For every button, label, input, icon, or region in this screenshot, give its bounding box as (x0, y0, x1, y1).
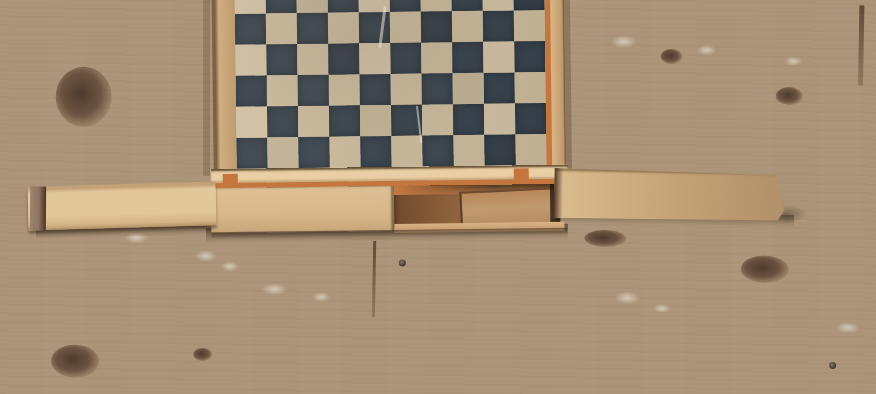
square-r0c0-light (234, 0, 265, 14)
square-r2c5-dark (390, 43, 421, 74)
square-r3c1-light (267, 75, 298, 106)
square-r5c7-light (453, 135, 484, 166)
square-r5c4-dark (360, 136, 391, 167)
square-r1c3-light (328, 12, 359, 43)
paint-scuff (312, 292, 330, 302)
square-r4c7-dark (453, 104, 484, 135)
square-r2c4-light (359, 43, 390, 74)
square-r5c1-light (267, 137, 298, 168)
square-r0c5-dark (389, 0, 420, 12)
paint-scuff (221, 261, 239, 271)
square-r0c2-light (296, 0, 327, 13)
paint-scuff (836, 322, 860, 333)
slat-right-cut-edge (554, 168, 564, 218)
orange-corner-right (514, 168, 529, 180)
square-r5c6-dark (422, 135, 453, 166)
knot (193, 348, 212, 361)
square-r3c4-dark (360, 74, 391, 105)
square-r3c6-dark (422, 73, 453, 104)
paint-scuff (614, 291, 640, 304)
square-r1c0-dark (235, 13, 266, 44)
checkerboard-grid (234, 0, 546, 169)
square-r2c3-dark (328, 43, 359, 74)
wooden-slat-left (27, 181, 216, 230)
square-r2c0-light (235, 44, 266, 75)
square-r4c0-light (236, 106, 267, 137)
square-r3c3-light (329, 74, 360, 105)
paint-scuff (784, 56, 802, 66)
square-r0c3-dark (327, 0, 358, 13)
square-r5c5-light (391, 136, 422, 167)
square-r1c4-dark (359, 12, 390, 43)
square-r4c6-light (422, 104, 453, 135)
square-r4c2-light (298, 106, 329, 137)
square-r2c2-light (297, 44, 328, 75)
square-r0c7-dark (451, 0, 482, 11)
paint-scuff (697, 44, 717, 55)
knot (51, 344, 100, 378)
box-right-rail (544, 0, 565, 172)
square-r1c1-light (266, 13, 297, 44)
square-r1c5-light (390, 12, 421, 43)
knot (660, 49, 682, 64)
paint-scuff (653, 304, 671, 313)
square-r3c0-dark (236, 75, 267, 106)
square-r4c9-dark (515, 103, 546, 134)
paint-scuff (611, 35, 637, 48)
box-left-rail (211, 0, 236, 178)
square-r3c9-light (515, 72, 546, 103)
square-r5c8-dark (484, 134, 515, 165)
nail-head (829, 362, 836, 369)
square-r1c9-light (514, 10, 545, 41)
square-r2c8-light (483, 41, 514, 72)
square-r4c1-dark (267, 106, 298, 137)
square-r1c2-dark (297, 13, 328, 44)
square-r1c8-dark (483, 10, 514, 41)
photo-scene (0, 0, 876, 394)
square-r0c9-dark (513, 0, 544, 10)
square-r0c1-dark (265, 0, 296, 13)
square-r2c6-light (421, 42, 452, 73)
knot (584, 230, 626, 248)
square-r2c1-dark (266, 44, 297, 75)
box-front-wall (211, 186, 395, 233)
square-r2c9-dark (514, 41, 545, 72)
square-r5c0-dark (236, 137, 267, 168)
nail-head (399, 259, 406, 266)
square-r4c3-dark (329, 105, 360, 136)
paint-scuff (195, 250, 217, 262)
square-r5c9-light (515, 134, 546, 165)
orange-corner-left (223, 174, 238, 186)
square-r5c3-light (329, 136, 360, 167)
square-r5c2-dark (298, 137, 329, 168)
wooden-slat-right (554, 168, 786, 222)
knot (741, 255, 789, 283)
square-r3c2-dark (298, 75, 329, 106)
square-r4c4-light (360, 105, 391, 136)
paint-scuff (261, 283, 287, 295)
square-r1c6-dark (421, 11, 452, 42)
knot (776, 87, 803, 105)
square-r4c8-light (484, 103, 515, 134)
square-r2c7-dark (452, 42, 483, 73)
square-r3c8-dark (484, 72, 515, 103)
slat-end-cap (30, 186, 46, 230)
checkerboard (234, 0, 546, 169)
square-r0c6-light (420, 0, 451, 12)
square-r1c7-light (452, 11, 483, 42)
game-box (206, 0, 571, 248)
square-r3c7-light (453, 73, 484, 104)
square-r0c8-light (482, 0, 513, 11)
square-r3c5-light (391, 74, 422, 105)
